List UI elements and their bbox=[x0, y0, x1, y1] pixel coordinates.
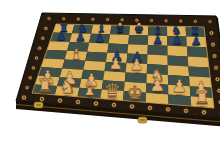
frame-ornament-medallion bbox=[22, 95, 26, 99]
frame-ornament-medallion bbox=[202, 110, 206, 114]
black-pawn[interactable]: ♟ bbox=[152, 33, 163, 45]
white-rook[interactable]: ♜ bbox=[194, 89, 211, 108]
white-bishop[interactable]: ♝ bbox=[70, 47, 83, 61]
chess-set-photo: ♜♞♝♛♚♝♞♜♟♟♟♟♟♟♝♟♟♟♟♞♟♟♟♟♟♟♜♞♝♛♚♜ bbox=[0, 0, 220, 146]
black-queen[interactable]: ♛ bbox=[115, 24, 125, 35]
white-pawn[interactable]: ♟ bbox=[130, 58, 144, 73]
frame-ornament-medallion bbox=[94, 101, 98, 105]
frame-ornament-medallion bbox=[29, 76, 32, 79]
black-pawn[interactable]: ♟ bbox=[75, 31, 86, 43]
frame-ornament-medallion bbox=[77, 18, 80, 21]
white-bishop[interactable]: ♝ bbox=[81, 80, 98, 99]
gold-finial bbox=[137, 23, 140, 26]
board-square[interactable] bbox=[85, 52, 107, 62]
black-pawn[interactable]: ♟ bbox=[56, 30, 67, 42]
frame-ornament-medallion bbox=[135, 19, 138, 22]
board-square[interactable] bbox=[148, 45, 168, 56]
frame-ornament-medallion bbox=[165, 19, 168, 22]
frame-ornament-medallion bbox=[184, 109, 188, 113]
frame-ornament-medallion bbox=[150, 19, 153, 22]
white-pawn[interactable]: ♟ bbox=[149, 77, 165, 94]
board-square[interactable] bbox=[187, 47, 208, 58]
black-king[interactable]: ♚ bbox=[134, 24, 144, 35]
frame-ornament-medallion bbox=[166, 107, 170, 111]
frame-ornament-medallion bbox=[40, 97, 44, 101]
board-square[interactable] bbox=[44, 50, 67, 60]
white-pawn[interactable]: ♟ bbox=[171, 79, 187, 96]
board-square[interactable] bbox=[109, 34, 129, 44]
board-square[interactable] bbox=[147, 55, 168, 66]
frame-ornament-medallion bbox=[179, 19, 182, 22]
gold-finial bbox=[119, 23, 122, 26]
frame-ornament-medallion bbox=[106, 18, 109, 21]
frame-ornament-medallion bbox=[76, 100, 80, 104]
frame-ornament-medallion bbox=[211, 43, 215, 47]
frame-ornament-medallion bbox=[217, 89, 220, 93]
white-knight[interactable]: ♞ bbox=[59, 79, 76, 98]
frame-ornament-medallion bbox=[48, 17, 51, 20]
white-rook[interactable]: ♜ bbox=[36, 77, 53, 96]
black-pawn[interactable]: ♟ bbox=[191, 35, 202, 47]
frame-ornament-medallion bbox=[194, 20, 197, 23]
black-pawn[interactable]: ♟ bbox=[94, 31, 105, 43]
frame-ornament-medallion bbox=[213, 54, 217, 58]
board-square[interactable] bbox=[167, 46, 187, 57]
frame-ornament-medallion bbox=[121, 18, 124, 21]
white-king[interactable]: ♚ bbox=[126, 84, 143, 103]
frame-ornament-medallion bbox=[214, 66, 218, 70]
frame-ornament-medallion bbox=[32, 66, 35, 69]
board-square[interactable] bbox=[168, 65, 189, 76]
frame-ornament-medallion bbox=[112, 103, 116, 107]
board-square[interactable] bbox=[128, 35, 148, 45]
white-pawn[interactable]: ♟ bbox=[109, 57, 123, 72]
frame-ornament-medallion bbox=[44, 27, 47, 30]
frame-ornament-medallion bbox=[35, 56, 38, 59]
frame-ornament-medallion bbox=[91, 18, 94, 21]
frame-ornament-medallion bbox=[216, 77, 220, 81]
frame-ornament-medallion bbox=[210, 31, 214, 35]
white-queen[interactable]: ♛ bbox=[104, 82, 121, 101]
frame-ornament-medallion bbox=[58, 98, 62, 102]
black-pawn[interactable]: ♟ bbox=[172, 34, 183, 46]
board-square[interactable] bbox=[168, 56, 189, 67]
frame-ornament-medallion bbox=[38, 46, 41, 49]
board-square[interactable] bbox=[188, 56, 209, 67]
board-square[interactable] bbox=[188, 66, 210, 77]
frame-ornament-medallion bbox=[148, 106, 152, 110]
frame-ornament-medallion bbox=[41, 37, 44, 40]
frame-ornament-medallion bbox=[62, 17, 65, 20]
frame-ornament-medallion bbox=[130, 104, 134, 108]
frame-ornament-medallion bbox=[209, 20, 212, 23]
frame-ornament-medallion bbox=[25, 86, 28, 89]
